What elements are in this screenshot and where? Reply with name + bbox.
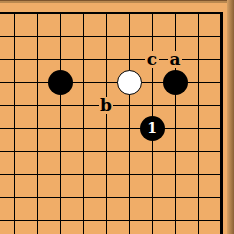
grid-vline [14,12,15,234]
grid-vline [83,12,84,234]
grid-hline [0,197,222,198]
grid-hline [0,128,222,129]
grid-vline [198,12,199,234]
stone-number: 1 [147,121,157,135]
grid-hline [0,220,222,221]
grid-hline [0,174,222,175]
grid-vline [37,12,38,234]
point-label-c: c [145,51,159,68]
board-bevel-top [0,0,234,3]
grid-hline [0,59,222,60]
go-board-diagram: 1cab [0,0,234,234]
move-1-black-stone: 1 [140,116,165,141]
grid-hline [0,82,222,83]
white-stone [117,70,142,95]
grid-vline [106,12,107,234]
grid-vline [60,12,61,234]
point-label-b: b [99,97,113,114]
board-bevel-right [227,0,234,234]
grid-vline [129,12,130,234]
grid-vline [220,12,223,234]
grid-vline [175,12,176,234]
grid-hline [0,151,222,152]
black-stone [163,70,188,95]
point-label-a: a [168,51,182,68]
grid-hline [0,36,222,37]
grid-hline [0,12,222,14]
black-stone [48,70,73,95]
